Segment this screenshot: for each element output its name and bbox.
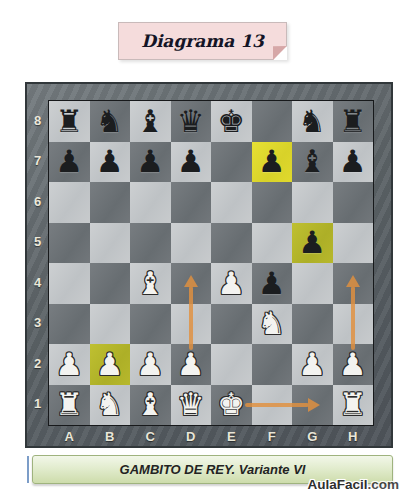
- piece-black-rook: ♜: [55, 106, 83, 137]
- square-b2: ♟: [90, 344, 131, 385]
- piece-black-knight: ♞: [96, 106, 124, 137]
- square-a5: [49, 223, 90, 264]
- piece-white-rook: ♜: [55, 389, 83, 420]
- square-d8: ♛: [171, 101, 212, 142]
- file-label-d: D: [171, 428, 212, 445]
- diagram-title: Diagrama 13: [141, 31, 264, 51]
- square-g4: [292, 263, 333, 304]
- file-label-b: B: [90, 428, 131, 445]
- rank-label-8: 8: [29, 100, 46, 141]
- square-d6: [171, 182, 212, 223]
- square-c6: [130, 182, 171, 223]
- piece-white-knight: ♞: [96, 389, 124, 420]
- piece-black-pawn: ♟: [258, 146, 286, 177]
- piece-white-king: ♚: [217, 389, 245, 420]
- file-label-h: H: [333, 428, 374, 445]
- square-h2: ♟: [333, 344, 374, 385]
- piece-white-knight: ♞: [258, 308, 286, 339]
- square-c3: [130, 304, 171, 345]
- diagram-title-note: Diagrama 13: [118, 22, 287, 60]
- watermark-suffix: .com: [367, 477, 399, 492]
- square-c5: [130, 223, 171, 264]
- piece-black-pawn: ♟: [258, 268, 286, 299]
- square-a6: [49, 182, 90, 223]
- square-h8: ♜: [333, 101, 374, 142]
- piece-black-king: ♚: [217, 106, 245, 137]
- square-b8: ♞: [90, 101, 131, 142]
- square-g3: [292, 304, 333, 345]
- board-grid: ♜♞♝♛♚♞♜♟♟♟♟♟♝♟♟♝♟♟♞♟♟♟♟♟♟♜♞♝♛♚♜: [49, 101, 373, 425]
- square-h1: ♜: [333, 385, 374, 426]
- square-c2: ♟: [130, 344, 171, 385]
- rank-label-7: 7: [29, 141, 46, 182]
- piece-black-knight: ♞: [298, 106, 326, 137]
- piece-black-bishop: ♝: [136, 106, 164, 137]
- piece-white-pawn: ♟: [177, 349, 205, 380]
- square-g6: [292, 182, 333, 223]
- square-g5: ♟: [292, 223, 333, 264]
- square-e2: [211, 344, 252, 385]
- square-c8: ♝: [130, 101, 171, 142]
- file-label-c: C: [130, 428, 171, 445]
- square-a8: ♜: [49, 101, 90, 142]
- square-d2: ♟: [171, 344, 212, 385]
- square-h7: ♟: [333, 142, 374, 183]
- square-a7: ♟: [49, 142, 90, 183]
- square-f7: ♟: [252, 142, 293, 183]
- rank-label-4: 4: [29, 262, 46, 303]
- square-c1: ♝: [130, 385, 171, 426]
- piece-black-pawn: ♟: [339, 146, 367, 177]
- piece-black-bishop: ♝: [298, 146, 326, 177]
- square-b4: [90, 263, 131, 304]
- rank-label-6: 6: [29, 181, 46, 222]
- piece-white-pawn: ♟: [217, 268, 245, 299]
- square-h5: [333, 223, 374, 264]
- caption-left-tick: [27, 456, 29, 483]
- rank-label-1: 1: [29, 384, 46, 425]
- square-b7: ♟: [90, 142, 131, 183]
- square-d5: [171, 223, 212, 264]
- watermark-brand: AulaFacil: [307, 477, 367, 492]
- piece-white-pawn: ♟: [55, 349, 83, 380]
- square-e4: ♟: [211, 263, 252, 304]
- piece-white-bishop: ♝: [136, 268, 164, 299]
- square-d7: ♟: [171, 142, 212, 183]
- board-play-area: ♜♞♝♛♚♞♜♟♟♟♟♟♝♟♟♝♟♟♞♟♟♟♟♟♟♜♞♝♛♚♜: [48, 100, 374, 426]
- square-e5: [211, 223, 252, 264]
- square-b3: [90, 304, 131, 345]
- file-label-f: F: [252, 428, 293, 445]
- file-label-g: G: [292, 428, 333, 445]
- piece-black-pawn: ♟: [298, 227, 326, 258]
- square-d4: [171, 263, 212, 304]
- piece-black-pawn: ♟: [55, 146, 83, 177]
- piece-white-rook: ♜: [339, 389, 367, 420]
- square-e3: [211, 304, 252, 345]
- square-f4: ♟: [252, 263, 293, 304]
- square-d3: [171, 304, 212, 345]
- square-h4: [333, 263, 374, 304]
- rank-label-2: 2: [29, 343, 46, 384]
- piece-black-rook: ♜: [339, 106, 367, 137]
- piece-white-pawn: ♟: [339, 349, 367, 380]
- square-b1: ♞: [90, 385, 131, 426]
- rank-label-3: 3: [29, 303, 46, 344]
- square-c4: ♝: [130, 263, 171, 304]
- piece-white-pawn: ♟: [136, 349, 164, 380]
- square-c7: ♟: [130, 142, 171, 183]
- square-g7: ♝: [292, 142, 333, 183]
- square-a3: [49, 304, 90, 345]
- piece-black-queen: ♛: [177, 106, 205, 137]
- square-f5: [252, 223, 293, 264]
- square-f8: [252, 101, 293, 142]
- rank-label-5: 5: [29, 222, 46, 263]
- square-f6: [252, 182, 293, 223]
- piece-black-pawn: ♟: [96, 146, 124, 177]
- piece-white-pawn: ♟: [298, 349, 326, 380]
- watermark: AulaFacil.com: [307, 477, 399, 492]
- square-g2: ♟: [292, 344, 333, 385]
- square-e8: ♚: [211, 101, 252, 142]
- square-h3: [333, 304, 374, 345]
- chess-board: ♜♞♝♛♚♞♜♟♟♟♟♟♝♟♟♝♟♟♞♟♟♟♟♟♟♜♞♝♛♚♜ 87654321…: [25, 82, 393, 448]
- square-g1: [292, 385, 333, 426]
- square-a4: [49, 263, 90, 304]
- piece-black-pawn: ♟: [177, 146, 205, 177]
- square-e7: [211, 142, 252, 183]
- square-d1: ♛: [171, 385, 212, 426]
- file-label-a: A: [49, 428, 90, 445]
- caption-text: GAMBITO DE REY. Variante VI: [120, 462, 306, 477]
- square-e1: ♚: [211, 385, 252, 426]
- square-f3: ♞: [252, 304, 293, 345]
- piece-black-pawn: ♟: [136, 146, 164, 177]
- square-b5: [90, 223, 131, 264]
- square-b6: [90, 182, 131, 223]
- square-a2: ♟: [49, 344, 90, 385]
- file-label-e: E: [211, 428, 252, 445]
- square-e6: [211, 182, 252, 223]
- square-h6: [333, 182, 374, 223]
- piece-white-queen: ♛: [177, 389, 205, 420]
- square-f2: [252, 344, 293, 385]
- piece-white-bishop: ♝: [136, 389, 164, 420]
- square-a1: ♜: [49, 385, 90, 426]
- square-g8: ♞: [292, 101, 333, 142]
- lesson-page: Diagrama 13 ♜♞♝♛♚♞♜♟♟♟♟♟♝♟♟♝♟♟♞♟♟♟♟♟♟♜♞♝…: [0, 0, 404, 495]
- piece-white-pawn: ♟: [96, 349, 124, 380]
- square-f1: [252, 385, 293, 426]
